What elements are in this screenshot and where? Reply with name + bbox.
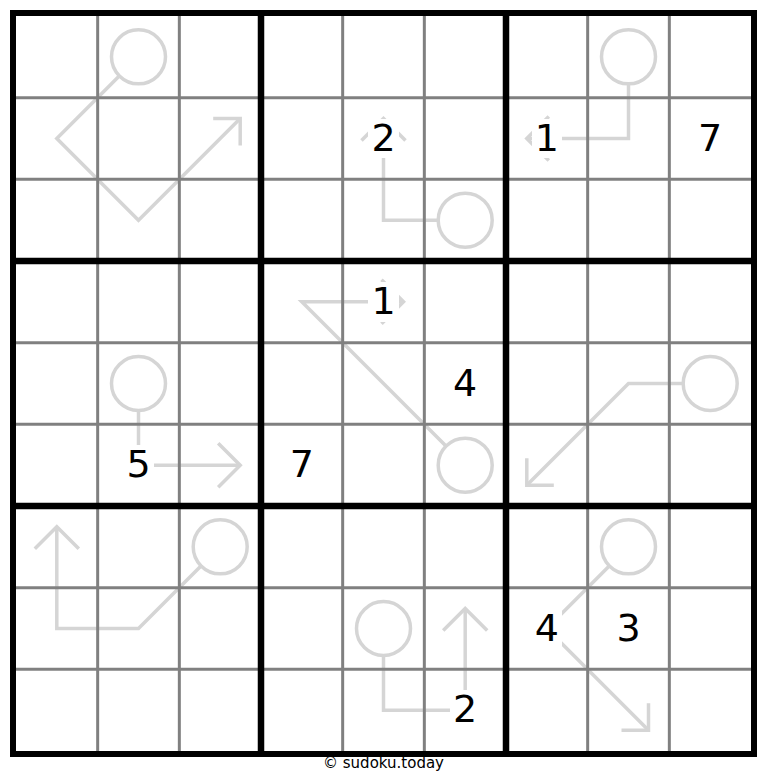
cell-r5c2[interactable] [98, 343, 180, 425]
given-digit: 1 [532, 119, 562, 159]
cell-r2c4[interactable] [261, 98, 343, 180]
cell-r7c1[interactable] [16, 506, 98, 588]
cell-r7c4[interactable] [261, 506, 343, 588]
cell-r5c3[interactable] [179, 343, 261, 425]
cell-r4c3[interactable] [179, 261, 261, 343]
cell-r2c1[interactable] [16, 98, 98, 180]
cell-r6c9[interactable] [669, 424, 751, 506]
cell-r3c8[interactable] [588, 179, 670, 261]
cell-r2c2[interactable] [98, 98, 180, 180]
cell-r5c8[interactable] [588, 343, 670, 425]
cell-r9c2[interactable] [98, 669, 180, 751]
cell-r3c4[interactable] [261, 179, 343, 261]
cell-r9c6[interactable]: 2 [424, 669, 506, 751]
cell-r6c5[interactable] [343, 424, 425, 506]
cell-r7c9[interactable] [669, 506, 751, 588]
cell-r8c7[interactable]: 4 [506, 588, 588, 670]
cell-r1c2[interactable] [98, 16, 180, 98]
cell-r3c1[interactable] [16, 179, 98, 261]
cell-r3c9[interactable] [669, 179, 751, 261]
cell-r6c6[interactable] [424, 424, 506, 506]
given-digit: 4 [532, 609, 562, 649]
cell-r4c4[interactable] [261, 261, 343, 343]
sudoku-board: 2171457432 [10, 10, 757, 757]
cell-r9c4[interactable] [261, 669, 343, 751]
cell-r8c5[interactable] [343, 588, 425, 670]
given-digit: 4 [450, 364, 480, 404]
cell-r1c6[interactable] [424, 16, 506, 98]
cell-r7c7[interactable] [506, 506, 588, 588]
given-digit: 1 [368, 282, 398, 322]
sudoku-grid: 2171457432 [16, 16, 751, 751]
cell-r7c5[interactable] [343, 506, 425, 588]
cell-r8c3[interactable] [179, 588, 261, 670]
cell-r5c1[interactable] [16, 343, 98, 425]
cell-r4c8[interactable] [588, 261, 670, 343]
cell-r1c8[interactable] [588, 16, 670, 98]
given-digit: 2 [368, 119, 398, 159]
cell-r2c3[interactable] [179, 98, 261, 180]
cell-r6c8[interactable] [588, 424, 670, 506]
cell-r3c6[interactable] [424, 179, 506, 261]
cell-r4c5[interactable]: 1 [343, 261, 425, 343]
cell-r6c3[interactable] [179, 424, 261, 506]
cell-r1c4[interactable] [261, 16, 343, 98]
given-digit: 7 [695, 119, 725, 159]
cell-r6c7[interactable] [506, 424, 588, 506]
cell-r4c1[interactable] [16, 261, 98, 343]
cell-r7c2[interactable] [98, 506, 180, 588]
cell-r8c8[interactable]: 3 [588, 588, 670, 670]
cell-r5c5[interactable] [343, 343, 425, 425]
cell-r4c9[interactable] [669, 261, 751, 343]
cell-r2c8[interactable] [588, 98, 670, 180]
cell-r7c6[interactable] [424, 506, 506, 588]
cell-r2c6[interactable] [424, 98, 506, 180]
cell-r5c9[interactable] [669, 343, 751, 425]
cell-r3c7[interactable] [506, 179, 588, 261]
cell-r7c3[interactable] [179, 506, 261, 588]
cell-r2c9[interactable]: 7 [669, 98, 751, 180]
cell-r8c2[interactable] [98, 588, 180, 670]
copyright: © sudoku.today [0, 754, 767, 772]
cell-r6c4[interactable]: 7 [261, 424, 343, 506]
cell-r5c6[interactable]: 4 [424, 343, 506, 425]
cell-r5c4[interactable] [261, 343, 343, 425]
cell-r3c5[interactable] [343, 179, 425, 261]
cell-r8c1[interactable] [16, 588, 98, 670]
cell-r3c3[interactable] [179, 179, 261, 261]
cell-r8c4[interactable] [261, 588, 343, 670]
cell-r5c7[interactable] [506, 343, 588, 425]
given-digit: 2 [450, 690, 480, 730]
cell-r1c3[interactable] [179, 16, 261, 98]
cell-r1c5[interactable] [343, 16, 425, 98]
cell-r6c1[interactable] [16, 424, 98, 506]
given-digit: 5 [123, 445, 153, 485]
cell-r9c3[interactable] [179, 669, 261, 751]
cell-r2c7[interactable]: 1 [506, 98, 588, 180]
cell-r9c5[interactable] [343, 669, 425, 751]
cell-r9c7[interactable] [506, 669, 588, 751]
cell-r6c2[interactable]: 5 [98, 424, 180, 506]
cell-r3c2[interactable] [98, 179, 180, 261]
cell-r9c8[interactable] [588, 669, 670, 751]
cell-r8c9[interactable] [669, 588, 751, 670]
cell-r4c6[interactable] [424, 261, 506, 343]
cell-r1c7[interactable] [506, 16, 588, 98]
cell-r8c6[interactable] [424, 588, 506, 670]
cell-r4c7[interactable] [506, 261, 588, 343]
cell-r2c5[interactable]: 2 [343, 98, 425, 180]
cell-r9c1[interactable] [16, 669, 98, 751]
cell-r9c9[interactable] [669, 669, 751, 751]
given-digit: 7 [287, 445, 317, 485]
cell-r7c8[interactable] [588, 506, 670, 588]
cell-r1c9[interactable] [669, 16, 751, 98]
given-digit: 3 [613, 609, 643, 649]
cell-r1c1[interactable] [16, 16, 98, 98]
cell-r4c2[interactable] [98, 261, 180, 343]
